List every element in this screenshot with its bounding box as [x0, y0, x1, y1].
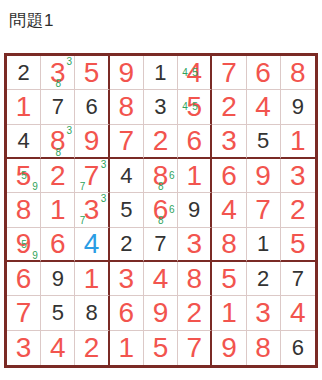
cell-value: 5 [16, 162, 32, 190]
pencil-mark: 9 [30, 182, 40, 192]
cell-value: 1 [186, 162, 202, 190]
cell-value: 4 [50, 334, 66, 362]
cell-value: 1 [257, 233, 269, 255]
cell-r3c7[interactable]: 3 [212, 125, 246, 159]
cell-value: 4 [84, 230, 100, 258]
pencil-mark: 3 [64, 126, 74, 136]
cell-r8c9[interactable]: 4 [281, 296, 315, 330]
cell-value: 8 [16, 196, 32, 224]
cell-value: 7 [16, 299, 32, 327]
cell-value: 4 [153, 265, 169, 293]
cell-value: 2 [50, 162, 66, 190]
cell-value: 8 [221, 230, 237, 258]
cell-r1c8[interactable]: 6 [247, 56, 281, 90]
cell-r3c5[interactable]: 2 [144, 125, 178, 159]
cell-r1c5[interactable]: 1 [144, 56, 178, 90]
cell-value: 6 [50, 230, 66, 258]
cell-value: 3 [84, 196, 100, 224]
cell-value: 3 [118, 265, 134, 293]
cell-value: 1 [221, 299, 237, 327]
cell-r6c4[interactable]: 2 [110, 228, 144, 262]
cell-r2c3[interactable]: 6 [75, 90, 109, 124]
pencil-mark: 3 [64, 57, 74, 67]
cell-r8c4[interactable]: 6 [110, 296, 144, 330]
cell-value: 1 [50, 196, 66, 224]
cell-r3c6[interactable]: 6 [178, 125, 212, 159]
cell-r2c6[interactable]: 545 [178, 90, 212, 124]
cell-r4c8[interactable]: 9 [247, 159, 281, 193]
cell-r6c2[interactable]: 6 [41, 228, 75, 262]
cell-value: 6 [118, 299, 134, 327]
cell-value: 2 [120, 233, 132, 255]
cell-value: 5 [257, 130, 269, 152]
cell-r2c8[interactable]: 4 [247, 90, 281, 124]
cell-value: 8 [186, 265, 202, 293]
sudoku-grid: 2338591445768176835452494838972635155927… [4, 53, 318, 368]
cell-r6c1[interactable]: 959 [7, 228, 41, 262]
cell-value: 3 [186, 230, 202, 258]
cell-value: 8 [118, 93, 134, 121]
cell-value: 3 [290, 162, 306, 190]
cell-value: 6 [153, 196, 169, 224]
cell-value: 7 [118, 127, 134, 155]
cell-value: 1 [16, 93, 32, 121]
cell-r2c4[interactable]: 8 [110, 90, 144, 124]
cell-r1c2[interactable]: 338 [41, 56, 75, 90]
cell-r4c3[interactable]: 737 [75, 159, 109, 193]
cell-value: 9 [188, 199, 200, 221]
cell-r7c6[interactable]: 8 [178, 262, 212, 296]
cell-r8c3[interactable]: 8 [75, 296, 109, 330]
cell-r4c9[interactable]: 3 [281, 159, 315, 193]
cell-r9c4[interactable]: 1 [110, 331, 144, 365]
cell-value: 2 [84, 334, 100, 362]
cell-r6c7[interactable]: 8 [212, 228, 246, 262]
cell-value: 2 [221, 93, 237, 121]
cell-value: 7 [221, 59, 237, 87]
cell-r1c4[interactable]: 9 [110, 56, 144, 90]
cell-value: 3 [16, 334, 32, 362]
cell-value: 5 [84, 59, 100, 87]
cell-value: 5 [153, 334, 169, 362]
cell-r1c6[interactable]: 445 [178, 56, 212, 90]
cell-r9c1[interactable]: 3 [7, 331, 41, 365]
cell-value: 8 [290, 59, 306, 87]
cell-value: 1 [84, 265, 100, 293]
cell-value: 2 [186, 299, 202, 327]
cell-r9c2[interactable]: 4 [41, 331, 75, 365]
cell-r7c5[interactable]: 4 [144, 262, 178, 296]
cell-r2c5[interactable]: 3 [144, 90, 178, 124]
cell-r4c7[interactable]: 6 [212, 159, 246, 193]
cell-value: 3 [255, 299, 271, 327]
cell-r5c5[interactable]: 668 [144, 193, 178, 227]
cell-r9c3[interactable]: 2 [75, 331, 109, 365]
cell-value: 7 [52, 96, 64, 118]
cell-r8c6[interactable]: 2 [178, 296, 212, 330]
cell-value: 5 [52, 302, 64, 324]
cell-value: 9 [16, 230, 32, 258]
cell-value: 7 [292, 268, 304, 290]
cell-r8c7[interactable]: 1 [212, 296, 246, 330]
cell-r2c9[interactable]: 9 [281, 90, 315, 124]
cell-value: 2 [17, 62, 29, 84]
cell-r7c2[interactable]: 9 [41, 262, 75, 296]
cell-value: 7 [186, 334, 202, 362]
cell-r9c9[interactable]: 6 [281, 331, 315, 365]
cell-r8c8[interactable]: 3 [247, 296, 281, 330]
cell-r5c8[interactable]: 7 [247, 193, 281, 227]
cell-value: 1 [290, 127, 306, 155]
cell-r3c3[interactable]: 9 [75, 125, 109, 159]
cell-r4c5[interactable]: 868 [144, 159, 178, 193]
cell-value: 2 [290, 196, 306, 224]
cell-r9c6[interactable]: 7 [178, 331, 212, 365]
cell-r2c7[interactable]: 2 [212, 90, 246, 124]
cell-r4c2[interactable]: 2 [41, 159, 75, 193]
cell-r6c8[interactable]: 1 [247, 228, 281, 262]
cell-value: 5 [120, 199, 132, 221]
cell-value: 6 [85, 96, 97, 118]
pencil-mark: 9 [30, 251, 40, 261]
cell-r5c4[interactable]: 5 [110, 193, 144, 227]
cell-value: 9 [153, 299, 169, 327]
pencil-mark: 3 [98, 160, 108, 170]
cell-r7c9[interactable]: 7 [281, 262, 315, 296]
board-wrap: 2338591445768176835452494838972635155927… [4, 53, 322, 368]
cell-value: 9 [292, 96, 304, 118]
cell-value: 9 [221, 334, 237, 362]
cell-r9c7[interactable]: 9 [212, 331, 246, 365]
cell-r3c9[interactable]: 1 [281, 125, 315, 159]
cell-value: 4 [17, 130, 29, 152]
cell-r1c7[interactable]: 7 [212, 56, 246, 90]
cell-value: 2 [153, 127, 169, 155]
cell-r1c1[interactable]: 2 [7, 56, 41, 90]
cell-r7c8[interactable]: 2 [247, 262, 281, 296]
cell-r3c8[interactable]: 5 [247, 125, 281, 159]
cell-value: 8 [153, 162, 169, 190]
cell-r6c6[interactable]: 3 [178, 228, 212, 262]
cell-value: 9 [52, 268, 64, 290]
cell-value: 1 [154, 62, 166, 84]
cell-value: 4 [186, 59, 202, 87]
cell-r7c7[interactable]: 5 [212, 262, 246, 296]
cell-value: 7 [255, 196, 271, 224]
cell-value: 6 [186, 127, 202, 155]
cell-r8c5[interactable]: 9 [144, 296, 178, 330]
cell-r1c3[interactable]: 5 [75, 56, 109, 90]
cell-value: 8 [85, 302, 97, 324]
cell-r8c1[interactable]: 7 [7, 296, 41, 330]
pencil-mark: 3 [98, 194, 108, 204]
cell-value: 4 [120, 165, 132, 187]
cell-value: 3 [154, 96, 166, 118]
cell-value: 1 [118, 334, 134, 362]
cell-value: 5 [221, 265, 237, 293]
cell-r3c4[interactable]: 7 [110, 125, 144, 159]
cell-r5c2[interactable]: 1 [41, 193, 75, 227]
pencil-mark: 6 [167, 205, 177, 215]
cell-value: 4 [290, 299, 306, 327]
cell-r5c9[interactable]: 2 [281, 193, 315, 227]
cell-value: 6 [16, 265, 32, 293]
cell-value: 9 [255, 162, 271, 190]
cell-value: 8 [255, 334, 271, 362]
cell-value: 6 [292, 337, 304, 359]
cell-value: 7 [154, 233, 166, 255]
cell-value: 3 [50, 59, 66, 87]
cell-value: 3 [221, 127, 237, 155]
cell-r4c1[interactable]: 559 [7, 159, 41, 193]
cell-value: 4 [221, 196, 237, 224]
cell-r1c9[interactable]: 8 [281, 56, 315, 90]
cell-value: 4 [255, 93, 271, 121]
cell-r7c4[interactable]: 3 [110, 262, 144, 296]
cell-value: 9 [84, 127, 100, 155]
cell-r9c5[interactable]: 5 [144, 331, 178, 365]
cell-r7c1[interactable]: 6 [7, 262, 41, 296]
cell-r2c2[interactable]: 7 [41, 90, 75, 124]
cell-value: 7 [84, 162, 100, 190]
cell-value: 8 [50, 127, 66, 155]
cell-value: 5 [186, 93, 202, 121]
pencil-mark: 6 [167, 171, 177, 181]
cell-r2c1[interactable]: 1 [7, 90, 41, 124]
cell-value: 9 [118, 59, 134, 87]
cell-r4c4[interactable]: 4 [110, 159, 144, 193]
cell-value: 6 [255, 59, 271, 87]
cell-r6c9[interactable]: 5 [281, 228, 315, 262]
cell-r9c8[interactable]: 8 [247, 331, 281, 365]
cell-r6c5[interactable]: 7 [144, 228, 178, 262]
cell-r6c3[interactable]: 4 [75, 228, 109, 262]
cell-r3c1[interactable]: 4 [7, 125, 41, 159]
cell-r3c2[interactable]: 838 [41, 125, 75, 159]
cell-r7c3[interactable]: 1 [75, 262, 109, 296]
cell-r4c6[interactable]: 1 [178, 159, 212, 193]
cell-value: 6 [221, 162, 237, 190]
cell-r5c7[interactable]: 4 [212, 193, 246, 227]
cell-r5c3[interactable]: 337 [75, 193, 109, 227]
cell-r5c6[interactable]: 9 [178, 193, 212, 227]
page-title: 問題1 [0, 0, 322, 32]
cell-r5c1[interactable]: 8 [7, 193, 41, 227]
cell-value: 2 [257, 268, 269, 290]
cell-value: 5 [290, 230, 306, 258]
cell-r8c2[interactable]: 5 [41, 296, 75, 330]
